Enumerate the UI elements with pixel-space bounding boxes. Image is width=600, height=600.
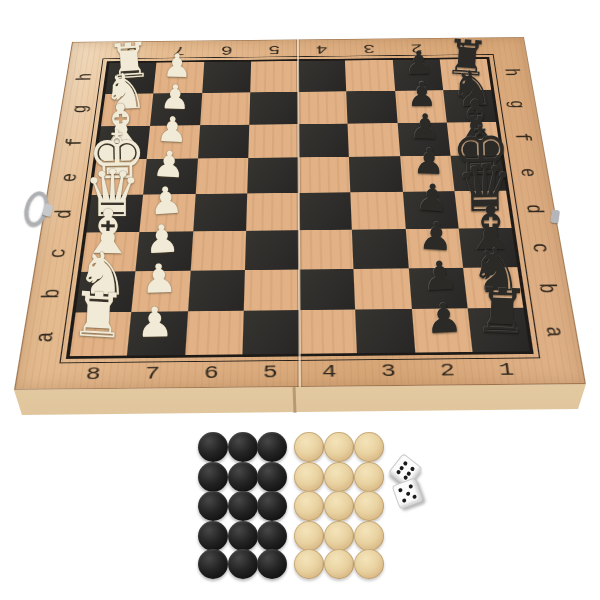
piece-white-p-a7[interactable]: ♟ [137, 302, 174, 344]
die-pip [397, 487, 402, 492]
checker-black[interactable] [228, 521, 258, 551]
checker-light[interactable] [354, 521, 384, 551]
square-d3[interactable] [351, 192, 406, 230]
square-f6[interactable] [197, 124, 249, 158]
die-2-face-5[interactable] [391, 477, 423, 509]
checker-black[interactable] [228, 549, 258, 579]
square-d6[interactable] [193, 193, 247, 231]
die-pip [408, 483, 413, 488]
square-g4[interactable] [298, 91, 348, 124]
square-d4[interactable] [299, 192, 352, 230]
checker-light[interactable] [354, 491, 384, 521]
piece-black-p-b2[interactable]: ♟ [421, 256, 459, 298]
coord-bottom-5: 5 [240, 356, 300, 387]
die-pip [409, 465, 415, 471]
checker-black[interactable] [257, 432, 287, 462]
checker-light[interactable] [324, 491, 354, 521]
checker-black[interactable] [257, 521, 287, 551]
square-e3[interactable] [349, 156, 402, 192]
piece-white-p-c7[interactable]: ♟ [144, 219, 180, 259]
coord-bottom-4: 4 [300, 356, 360, 387]
square-f4[interactable] [298, 123, 349, 157]
coord-bottom-3: 3 [358, 355, 419, 386]
square-e6[interactable] [195, 158, 248, 194]
checker-light[interactable] [294, 491, 324, 521]
square-h5[interactable] [250, 61, 298, 92]
checker-light[interactable] [354, 462, 384, 492]
checker-black[interactable] [198, 549, 228, 579]
coord-bottom-1: 1 [475, 354, 538, 385]
square-c5[interactable] [245, 230, 300, 270]
coord-top-3: 3 [345, 38, 394, 58]
checker-black[interactable] [228, 491, 258, 521]
checker-black[interactable] [198, 432, 228, 462]
piece-black-r-a1[interactable]: ♜ [473, 281, 530, 344]
die-pip [395, 469, 401, 475]
checker-black[interactable] [228, 432, 258, 462]
square-a4[interactable] [299, 310, 357, 354]
square-b4[interactable] [299, 269, 355, 311]
checker-light[interactable] [324, 462, 354, 492]
piece-white-p-d7[interactable]: ♟ [148, 181, 184, 220]
square-b3[interactable] [354, 268, 412, 310]
die-pip [404, 490, 409, 495]
square-h6[interactable] [202, 62, 251, 93]
square-c6[interactable] [190, 231, 246, 271]
square-f5[interactable] [248, 124, 299, 158]
square-c3[interactable] [352, 229, 408, 269]
square-a3[interactable] [355, 309, 414, 353]
checker-black[interactable] [257, 549, 287, 579]
checker-light[interactable] [324, 549, 354, 579]
checker-black[interactable] [257, 491, 287, 521]
checker-light[interactable] [354, 432, 384, 462]
product-photo: 87654321 87654321 hgfedcba hgfedcba ♜♟♟♜… [0, 0, 600, 600]
checker-black[interactable] [257, 462, 287, 492]
die-pip [412, 494, 417, 499]
die-pip [401, 498, 406, 503]
checker-black[interactable] [198, 491, 228, 521]
die-pip [402, 460, 408, 466]
checker-light[interactable] [294, 462, 324, 492]
square-g3[interactable] [346, 91, 397, 124]
square-d5[interactable] [246, 193, 299, 231]
coord-bottom-8: 8 [62, 358, 125, 389]
piece-white-r-a8[interactable]: ♜ [69, 284, 127, 348]
square-a5[interactable] [242, 310, 300, 354]
coord-top-5: 5 [250, 40, 298, 60]
die-pip [399, 464, 405, 470]
fold-seam-edge [293, 386, 297, 413]
square-a6[interactable] [185, 311, 244, 355]
checker-light[interactable] [294, 432, 324, 462]
square-g6[interactable] [200, 92, 250, 125]
checker-light[interactable] [354, 549, 384, 579]
die-pip [406, 470, 412, 476]
coord-top-6: 6 [202, 40, 250, 60]
piece-white-p-b7[interactable]: ♟ [141, 259, 178, 300]
square-g5[interactable] [249, 92, 298, 125]
coord-bottom-7: 7 [121, 358, 183, 389]
square-e5[interactable] [247, 158, 299, 194]
square-h4[interactable] [298, 60, 346, 91]
checker-light[interactable] [294, 549, 324, 579]
coord-bottom-6: 6 [181, 357, 241, 388]
checker-black[interactable] [198, 521, 228, 551]
square-c4[interactable] [299, 229, 354, 269]
square-h3[interactable] [345, 60, 394, 91]
checker-light[interactable] [324, 432, 354, 462]
checker-black[interactable] [198, 462, 228, 492]
coord-top-4: 4 [298, 39, 346, 59]
square-f3[interactable] [348, 123, 400, 157]
coord-bottom-2: 2 [417, 355, 479, 386]
square-b5[interactable] [243, 269, 299, 311]
square-b6[interactable] [187, 270, 244, 312]
checker-light[interactable] [294, 521, 324, 551]
piece-black-p-a2[interactable]: ♟ [424, 298, 463, 341]
checker-light[interactable] [324, 521, 354, 551]
square-e4[interactable] [299, 157, 351, 193]
checker-black[interactable] [228, 462, 258, 492]
